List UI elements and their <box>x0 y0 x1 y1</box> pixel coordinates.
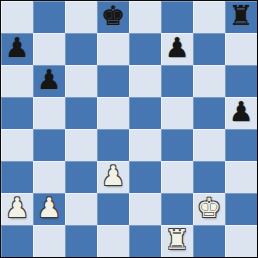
square-a2[interactable]: ♟ <box>1 193 33 225</box>
square-c5[interactable] <box>65 97 97 129</box>
square-d5[interactable] <box>97 97 129 129</box>
square-h7[interactable] <box>225 33 257 65</box>
square-c3[interactable] <box>65 161 97 193</box>
square-f1[interactable]: ♜ <box>161 225 193 257</box>
square-b4[interactable] <box>33 129 65 161</box>
square-h6[interactable] <box>225 65 257 97</box>
square-c8[interactable] <box>65 1 97 33</box>
square-a6[interactable] <box>1 65 33 97</box>
square-b6[interactable]: ♟ <box>33 65 65 97</box>
square-f7[interactable]: ♟ <box>161 33 193 65</box>
square-e1[interactable] <box>129 225 161 257</box>
black-king[interactable]: ♚ <box>101 0 125 32</box>
black-pawn[interactable]: ♟ <box>165 32 189 64</box>
square-f4[interactable] <box>161 129 193 161</box>
square-d7[interactable] <box>97 33 129 65</box>
square-e4[interactable] <box>129 129 161 161</box>
square-g3[interactable] <box>193 161 225 193</box>
chess-board-frame: ♚♜♟♟♟♟♟♟♟♚♜ <box>0 0 258 258</box>
square-g7[interactable] <box>193 33 225 65</box>
square-g5[interactable] <box>193 97 225 129</box>
square-h1[interactable] <box>225 225 257 257</box>
square-f6[interactable] <box>161 65 193 97</box>
square-c6[interactable] <box>65 65 97 97</box>
square-b3[interactable] <box>33 161 65 193</box>
square-a7[interactable]: ♟ <box>1 33 33 65</box>
square-e8[interactable] <box>129 1 161 33</box>
square-e5[interactable] <box>129 97 161 129</box>
square-d1[interactable] <box>97 225 129 257</box>
square-b2[interactable]: ♟ <box>33 193 65 225</box>
square-b1[interactable] <box>33 225 65 257</box>
black-rook[interactable]: ♜ <box>229 0 253 32</box>
square-f3[interactable] <box>161 161 193 193</box>
square-g8[interactable] <box>193 1 225 33</box>
square-e7[interactable] <box>129 33 161 65</box>
square-a3[interactable] <box>1 161 33 193</box>
square-h8[interactable]: ♜ <box>225 1 257 33</box>
square-e6[interactable] <box>129 65 161 97</box>
square-g1[interactable] <box>193 225 225 257</box>
square-a8[interactable] <box>1 1 33 33</box>
square-g2[interactable]: ♚ <box>193 193 225 225</box>
square-d8[interactable]: ♚ <box>97 1 129 33</box>
square-g6[interactable] <box>193 65 225 97</box>
square-c7[interactable] <box>65 33 97 65</box>
square-g4[interactable] <box>193 129 225 161</box>
square-f5[interactable] <box>161 97 193 129</box>
white-pawn[interactable]: ♟ <box>37 192 61 224</box>
square-h5[interactable]: ♟ <box>225 97 257 129</box>
square-d3[interactable]: ♟ <box>97 161 129 193</box>
square-b5[interactable] <box>33 97 65 129</box>
square-b8[interactable] <box>33 1 65 33</box>
square-a1[interactable] <box>1 225 33 257</box>
black-pawn[interactable]: ♟ <box>37 64 61 96</box>
square-c4[interactable] <box>65 129 97 161</box>
square-e3[interactable] <box>129 161 161 193</box>
square-h4[interactable] <box>225 129 257 161</box>
square-b7[interactable] <box>33 33 65 65</box>
square-c1[interactable] <box>65 225 97 257</box>
square-f8[interactable] <box>161 1 193 33</box>
square-d4[interactable] <box>97 129 129 161</box>
black-pawn[interactable]: ♟ <box>5 32 29 64</box>
white-pawn[interactable]: ♟ <box>101 160 125 192</box>
square-d6[interactable] <box>97 65 129 97</box>
black-pawn[interactable]: ♟ <box>229 96 253 128</box>
square-h2[interactable] <box>225 193 257 225</box>
white-rook[interactable]: ♜ <box>165 224 189 256</box>
square-h3[interactable] <box>225 161 257 193</box>
square-d2[interactable] <box>97 193 129 225</box>
chess-board: ♚♜♟♟♟♟♟♟♟♚♜ <box>1 1 257 257</box>
square-e2[interactable] <box>129 193 161 225</box>
white-pawn[interactable]: ♟ <box>5 192 29 224</box>
white-king[interactable]: ♚ <box>197 192 221 224</box>
square-a5[interactable] <box>1 97 33 129</box>
square-f2[interactable] <box>161 193 193 225</box>
square-c2[interactable] <box>65 193 97 225</box>
square-a4[interactable] <box>1 129 33 161</box>
